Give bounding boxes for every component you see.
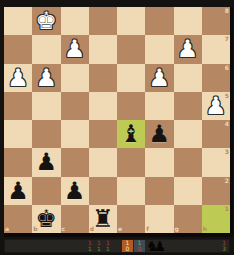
square-f2[interactable] bbox=[145, 177, 173, 205]
square-a2[interactable]: ♟ bbox=[4, 177, 32, 205]
coord-rank-3: 3 bbox=[225, 149, 229, 155]
piece-black-rook[interactable]: ♜ bbox=[89, 205, 117, 233]
square-d1[interactable]: d♜ bbox=[89, 205, 117, 233]
right-counter-bottom-value: 3 bbox=[222, 246, 226, 252]
square-d3[interactable] bbox=[89, 148, 117, 176]
square-d8[interactable] bbox=[89, 7, 117, 35]
square-c5[interactable] bbox=[61, 92, 89, 120]
mini-counter: 1 1 bbox=[87, 240, 93, 252]
chess-board: ♚8♟♟7♟♟♟65♟♝♟4♟3♟♟2ab♚cd♜efg1h bbox=[4, 7, 230, 233]
coord-file-h: h bbox=[203, 226, 207, 232]
square-b2[interactable] bbox=[32, 177, 60, 205]
square-b3[interactable]: ♟ bbox=[32, 148, 60, 176]
score-cell-slate: 1 0 bbox=[134, 240, 145, 252]
piece-black-bishop[interactable]: ♝ bbox=[117, 120, 145, 148]
coord-file-g: g bbox=[175, 226, 179, 232]
square-e2[interactable] bbox=[117, 177, 145, 205]
counter-bottom-value: 1 bbox=[106, 246, 110, 252]
square-c4[interactable] bbox=[61, 120, 89, 148]
coord-rank-1: 1 bbox=[225, 206, 229, 212]
counter-bottom-value: 1 bbox=[97, 246, 101, 252]
square-c2[interactable]: ♟ bbox=[61, 177, 89, 205]
square-d6[interactable] bbox=[89, 64, 117, 92]
captured-pieces-silhouette: ♞♟ bbox=[146, 238, 161, 254]
square-g8[interactable] bbox=[174, 7, 202, 35]
square-a7[interactable] bbox=[4, 35, 32, 63]
square-h2[interactable]: 2 bbox=[202, 177, 230, 205]
square-b6[interactable]: ♟ bbox=[32, 64, 60, 92]
square-c3[interactable] bbox=[61, 148, 89, 176]
piece-white-pawn[interactable]: ♟ bbox=[174, 35, 202, 63]
piece-white-pawn[interactable]: ♟ bbox=[202, 92, 230, 120]
piece-white-pawn[interactable]: ♟ bbox=[61, 35, 89, 63]
piece-white-pawn[interactable]: ♟ bbox=[32, 64, 60, 92]
square-f4[interactable]: ♟ bbox=[145, 120, 173, 148]
square-g6[interactable] bbox=[174, 64, 202, 92]
right-counter: 1 3 bbox=[222, 240, 226, 252]
counter-bottom-value: 1 bbox=[88, 246, 92, 252]
square-h5[interactable]: 5♟ bbox=[202, 92, 230, 120]
coord-file-c: c bbox=[62, 226, 66, 232]
square-e7[interactable] bbox=[117, 35, 145, 63]
square-h4[interactable]: 4 bbox=[202, 120, 230, 148]
square-d5[interactable] bbox=[89, 92, 117, 120]
square-c7[interactable]: ♟ bbox=[61, 35, 89, 63]
square-d7[interactable] bbox=[89, 35, 117, 63]
square-e6[interactable] bbox=[117, 64, 145, 92]
square-f3[interactable] bbox=[145, 148, 173, 176]
square-h1[interactable]: 1h bbox=[202, 205, 230, 233]
square-g7[interactable]: ♟ bbox=[174, 35, 202, 63]
square-h8[interactable]: 8 bbox=[202, 7, 230, 35]
square-c1[interactable]: c bbox=[61, 205, 89, 233]
square-a4[interactable] bbox=[4, 120, 32, 148]
status-bar: 1 1 1 1 1 1 1 0 1 0 ♞♟ 1 3 bbox=[4, 239, 230, 253]
square-g4[interactable] bbox=[174, 120, 202, 148]
square-h7[interactable]: 7 bbox=[202, 35, 230, 63]
square-a8[interactable] bbox=[4, 7, 32, 35]
coord-rank-8: 8 bbox=[225, 8, 229, 14]
score-cell-orange: 1 0 bbox=[122, 240, 133, 252]
piece-black-king[interactable]: ♚ bbox=[32, 205, 60, 233]
square-e1[interactable]: e bbox=[117, 205, 145, 233]
square-b4[interactable] bbox=[32, 120, 60, 148]
square-b5[interactable] bbox=[32, 92, 60, 120]
piece-black-pawn[interactable]: ♟ bbox=[61, 177, 89, 205]
coord-file-f: f bbox=[146, 226, 149, 232]
score-bottom-value: 0 bbox=[126, 246, 130, 252]
square-d2[interactable] bbox=[89, 177, 117, 205]
coord-file-e: e bbox=[118, 226, 122, 232]
square-f7[interactable] bbox=[145, 35, 173, 63]
square-g2[interactable] bbox=[174, 177, 202, 205]
piece-black-pawn[interactable]: ♟ bbox=[4, 177, 32, 205]
square-f1[interactable]: f bbox=[145, 205, 173, 233]
chess-board-frame: ♚8♟♟7♟♟♟65♟♝♟4♟3♟♟2ab♚cd♜efg1h bbox=[4, 7, 233, 237]
coord-rank-4: 4 bbox=[225, 121, 229, 127]
coord-file-a: a bbox=[5, 226, 9, 232]
square-a1[interactable]: a bbox=[4, 205, 32, 233]
square-a5[interactable] bbox=[4, 92, 32, 120]
square-e4[interactable]: ♝ bbox=[117, 120, 145, 148]
square-a3[interactable] bbox=[4, 148, 32, 176]
piece-black-pawn[interactable]: ♟ bbox=[145, 120, 173, 148]
coord-rank-7: 7 bbox=[225, 36, 229, 42]
square-f8[interactable] bbox=[145, 7, 173, 35]
square-h6[interactable]: 6 bbox=[202, 64, 230, 92]
square-f5[interactable] bbox=[145, 92, 173, 120]
square-a6[interactable]: ♟ bbox=[4, 64, 32, 92]
mini-counters: 1 1 1 1 1 1 bbox=[87, 240, 111, 252]
square-b7[interactable] bbox=[32, 35, 60, 63]
piece-white-pawn[interactable]: ♟ bbox=[4, 64, 32, 92]
piece-black-pawn[interactable]: ♟ bbox=[32, 148, 60, 176]
square-g1[interactable]: g bbox=[174, 205, 202, 233]
mini-counter: 1 1 bbox=[96, 240, 102, 252]
coord-rank-6: 6 bbox=[225, 65, 229, 71]
square-c8[interactable] bbox=[61, 7, 89, 35]
square-b1[interactable]: b♚ bbox=[32, 205, 60, 233]
square-b8[interactable]: ♚ bbox=[32, 7, 60, 35]
square-e3[interactable] bbox=[117, 148, 145, 176]
square-e5[interactable] bbox=[117, 92, 145, 120]
piece-white-king[interactable]: ♚ bbox=[32, 7, 60, 35]
square-d4[interactable] bbox=[89, 120, 117, 148]
coord-rank-2: 2 bbox=[225, 178, 229, 184]
square-g3[interactable] bbox=[174, 148, 202, 176]
square-h3[interactable]: 3 bbox=[202, 148, 230, 176]
piece-white-pawn[interactable]: ♟ bbox=[145, 64, 173, 92]
square-f6[interactable]: ♟ bbox=[145, 64, 173, 92]
square-c6[interactable] bbox=[61, 64, 89, 92]
square-g5[interactable] bbox=[174, 92, 202, 120]
mini-counter: 1 1 bbox=[105, 240, 111, 252]
square-e8[interactable] bbox=[117, 7, 145, 35]
score-bottom-value: 0 bbox=[138, 246, 142, 252]
